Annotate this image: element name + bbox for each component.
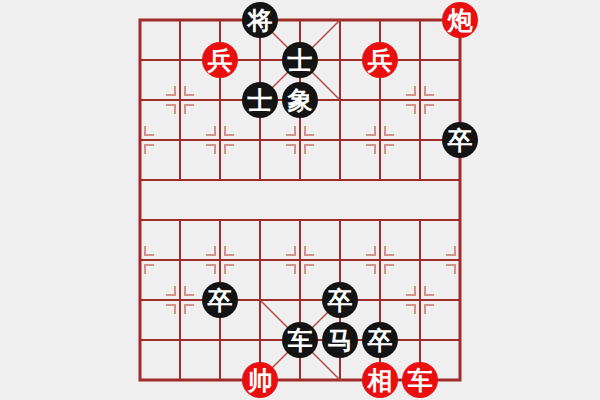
xiangqi-app: 将炮兵士兵士象卒卒卒车马卒帅相车 — [0, 0, 600, 400]
piece-black-advisor[interactable]: 士 — [242, 82, 278, 118]
piece-red-soldier[interactable]: 兵 — [202, 42, 238, 78]
piece-red-elephant[interactable]: 相 — [362, 362, 398, 398]
piece-black-soldier[interactable]: 卒 — [442, 122, 478, 158]
pieces-grid: 将炮兵士兵士象卒卒卒车马卒帅相车 — [120, 0, 480, 400]
piece-black-soldier[interactable]: 卒 — [202, 282, 238, 318]
piece-red-cannon[interactable]: 炮 — [442, 2, 478, 38]
piece-black-advisor[interactable]: 士 — [282, 42, 318, 78]
piece-red-chariot[interactable]: 车 — [402, 362, 438, 398]
piece-black-soldier[interactable]: 卒 — [322, 282, 358, 318]
piece-black-chariot[interactable]: 车 — [282, 322, 318, 358]
piece-black-horse[interactable]: 马 — [322, 322, 358, 358]
piece-red-general[interactable]: 帅 — [242, 362, 278, 398]
piece-black-general[interactable]: 将 — [242, 2, 278, 38]
piece-black-elephant[interactable]: 象 — [282, 82, 318, 118]
piece-black-soldier[interactable]: 卒 — [362, 322, 398, 358]
piece-red-soldier[interactable]: 兵 — [362, 42, 398, 78]
